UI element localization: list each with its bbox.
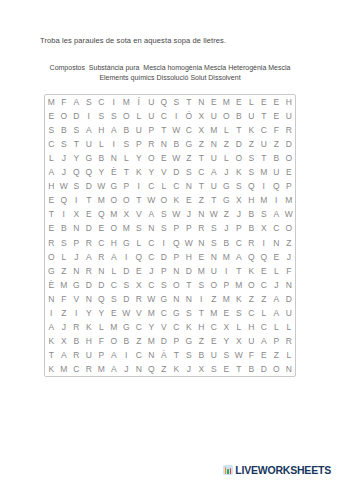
grid-cell[interactable]: B (195, 348, 208, 362)
grid-cell[interactable]: O (270, 362, 283, 376)
grid-cell[interactable]: H (45, 179, 58, 193)
grid-cell[interactable]: K (83, 320, 96, 334)
grid-cell[interactable]: J (183, 207, 196, 221)
grid-cell[interactable]: A (108, 362, 121, 376)
grid-cell[interactable]: S (170, 95, 183, 109)
grid-cell[interactable]: O (108, 334, 121, 348)
grid-cell[interactable]: X (58, 334, 71, 348)
grid-cell[interactable]: N (83, 292, 96, 306)
grid-cell[interactable]: G (220, 179, 233, 193)
grid-cell[interactable]: E (95, 221, 108, 235)
grid-cell[interactable]: Y (70, 151, 83, 165)
grid-cell[interactable]: Z (58, 264, 71, 278)
grid-cell[interactable]: M (95, 362, 108, 376)
grid-cell[interactable]: S (158, 207, 171, 221)
grid-cell[interactable]: M (258, 165, 271, 179)
grid-cell[interactable]: L (108, 264, 121, 278)
grid-cell[interactable]: U (133, 123, 146, 137)
grid-cell[interactable]: A (70, 95, 83, 109)
grid-cell[interactable]: S (70, 179, 83, 193)
grid-cell[interactable]: C (195, 165, 208, 179)
grid-cell[interactable]: E (183, 193, 196, 207)
grid-cell[interactable]: J (270, 278, 283, 292)
grid-cell[interactable]: K (170, 193, 183, 207)
grid-cell[interactable]: O (108, 193, 121, 207)
grid-cell[interactable]: D (233, 137, 246, 151)
grid-cell[interactable]: E (83, 207, 96, 221)
grid-cell[interactable]: F (270, 123, 283, 137)
grid-cell[interactable]: Z (133, 334, 146, 348)
grid-cell[interactable]: M (258, 193, 271, 207)
grid-cell[interactable]: A (233, 250, 246, 264)
grid-cell[interactable]: O (108, 221, 121, 235)
grid-cell[interactable]: N (195, 207, 208, 221)
grid-cell[interactable]: U (208, 179, 221, 193)
grid-cell[interactable]: I (120, 348, 133, 362)
grid-cell[interactable]: M (195, 264, 208, 278)
grid-cell[interactable]: C (258, 278, 271, 292)
grid-cell[interactable]: Z (195, 137, 208, 151)
grid-cell[interactable]: S (45, 123, 58, 137)
grid-cell[interactable]: T (208, 193, 221, 207)
grid-cell[interactable]: C (145, 250, 158, 264)
grid-cell[interactable]: N (158, 137, 171, 151)
grid-cell[interactable]: B (233, 109, 246, 123)
grid-cell[interactable]: S (83, 95, 96, 109)
grid-cell[interactable]: V (70, 292, 83, 306)
grid-cell[interactable]: W (170, 207, 183, 221)
grid-cell[interactable]: P (95, 348, 108, 362)
grid-cell[interactable]: Z (183, 151, 196, 165)
grid-cell[interactable]: N (283, 362, 296, 376)
grid-cell[interactable]: Q (133, 250, 146, 264)
grid-cell[interactable]: L (283, 320, 296, 334)
grid-cell[interactable]: C (158, 109, 171, 123)
grid-cell[interactable]: E (158, 151, 171, 165)
grid-cell[interactable]: P (158, 264, 171, 278)
grid-cell[interactable]: B (245, 207, 258, 221)
grid-cell[interactable]: J (120, 362, 133, 376)
grid-cell[interactable]: X (220, 320, 233, 334)
grid-cell[interactable]: L (158, 179, 171, 193)
grid-cell[interactable]: W (233, 348, 246, 362)
grid-cell[interactable]: U (145, 95, 158, 109)
grid-cell[interactable]: T (195, 306, 208, 320)
grid-cell[interactable]: X (133, 278, 146, 292)
grid-cell[interactable]: L (95, 320, 108, 334)
grid-cell[interactable]: T (258, 109, 271, 123)
grid-cell[interactable]: T (45, 348, 58, 362)
grid-cell[interactable]: N (183, 292, 196, 306)
grid-cell[interactable]: M (108, 207, 121, 221)
grid-cell[interactable]: I (108, 137, 121, 151)
grid-cell[interactable]: S (208, 221, 221, 235)
grid-cell[interactable]: A (258, 334, 271, 348)
grid-cell[interactable]: I (170, 109, 183, 123)
grid-cell[interactable]: M (108, 320, 121, 334)
grid-cell[interactable]: T (195, 179, 208, 193)
grid-cell[interactable]: Z (283, 236, 296, 250)
grid-cell[interactable]: W (283, 207, 296, 221)
grid-cell[interactable]: W (58, 179, 71, 193)
grid-cell[interactable]: B (95, 151, 108, 165)
grid-cell[interactable]: O (145, 151, 158, 165)
grid-cell[interactable]: X (195, 109, 208, 123)
grid-cell[interactable]: U (283, 306, 296, 320)
grid-cell[interactable]: U (208, 109, 221, 123)
grid-cell[interactable]: Y (95, 306, 108, 320)
grid-cell[interactable]: G (120, 236, 133, 250)
grid-cell[interactable]: S (233, 306, 246, 320)
grid-cell[interactable]: S (108, 292, 121, 306)
grid-cell[interactable]: L (120, 151, 133, 165)
grid-cell[interactable]: R (133, 292, 146, 306)
grid-cell[interactable]: R (45, 236, 58, 250)
grid-cell[interactable]: O (170, 278, 183, 292)
grid-cell[interactable]: A (108, 250, 121, 264)
grid-cell[interactable]: I (195, 292, 208, 306)
grid-cell[interactable]: S (183, 306, 196, 320)
grid-cell[interactable]: C (70, 362, 83, 376)
grid-cell[interactable]: Z (158, 362, 171, 376)
grid-cell[interactable]: K (45, 334, 58, 348)
grid-cell[interactable]: V (158, 320, 171, 334)
grid-cell[interactable]: I (258, 179, 271, 193)
grid-cell[interactable]: A (270, 292, 283, 306)
grid-cell[interactable]: G (120, 320, 133, 334)
grid-cell[interactable]: È (108, 165, 121, 179)
grid-cell[interactable]: C (258, 123, 271, 137)
grid-cell[interactable]: T (195, 151, 208, 165)
grid-cell[interactable]: A (270, 306, 283, 320)
grid-cell[interactable]: G (83, 151, 96, 165)
grid-cell[interactable]: B (58, 123, 71, 137)
grid-cell[interactable]: B (120, 334, 133, 348)
grid-cell[interactable]: T (158, 123, 171, 137)
grid-cell[interactable]: T (233, 264, 246, 278)
grid-cell[interactable]: O (220, 109, 233, 123)
grid-cell[interactable]: V (133, 306, 146, 320)
grid-cell[interactable]: E (195, 250, 208, 264)
grid-cell[interactable]: T (170, 348, 183, 362)
grid-cell[interactable]: O (45, 250, 58, 264)
grid-cell[interactable]: D (83, 278, 96, 292)
grid-cell[interactable]: L (270, 320, 283, 334)
grid-cell[interactable]: A (108, 123, 121, 137)
grid-cell[interactable]: R (145, 137, 158, 151)
grid-cell[interactable]: L (58, 250, 71, 264)
grid-cell[interactable]: J (70, 250, 83, 264)
grid-cell[interactable]: K (133, 165, 146, 179)
liveworksheets-logo[interactable]: LIVEWORKSHEETS (223, 464, 331, 476)
grid-cell[interactable]: R (70, 320, 83, 334)
grid-cell[interactable]: O (283, 221, 296, 235)
grid-cell[interactable]: S (195, 278, 208, 292)
grid-cell[interactable]: L (133, 236, 146, 250)
grid-cell[interactable]: O (208, 278, 221, 292)
grid-cell[interactable]: N (283, 278, 296, 292)
grid-cell[interactable]: U (208, 264, 221, 278)
grid-cell[interactable]: W (208, 207, 221, 221)
grid-cell[interactable]: B (245, 221, 258, 235)
grid-cell[interactable]: N (45, 292, 58, 306)
grid-cell[interactable]: B (120, 123, 133, 137)
grid-cell[interactable]: G (183, 137, 196, 151)
grid-cell[interactable]: C (245, 306, 258, 320)
grid-cell[interactable]: C (108, 278, 121, 292)
grid-cell[interactable]: M (220, 250, 233, 264)
grid-cell[interactable]: F (283, 264, 296, 278)
grid-cell[interactable]: S (208, 236, 221, 250)
grid-cell[interactable]: Q (245, 179, 258, 193)
grid-cell[interactable]: C (95, 236, 108, 250)
grid-cell[interactable]: D (120, 292, 133, 306)
grid-cell[interactable]: X (195, 123, 208, 137)
grid-cell[interactable]: È (45, 278, 58, 292)
grid-cell[interactable]: R (83, 362, 96, 376)
grid-cell[interactable]: X (195, 362, 208, 376)
grid-cell[interactable]: D (83, 221, 96, 235)
grid-cell[interactable]: H (183, 250, 196, 264)
grid-cell[interactable]: W (183, 236, 196, 250)
grid-cell[interactable]: K (245, 123, 258, 137)
grid-cell[interactable]: X (258, 221, 271, 235)
grid-cell[interactable]: I (70, 306, 83, 320)
grid-cell[interactable]: N (195, 236, 208, 250)
grid-cell[interactable]: I (83, 109, 96, 123)
grid-cell[interactable]: O (120, 109, 133, 123)
grid-cell[interactable]: B (220, 236, 233, 250)
grid-cell[interactable]: A (58, 348, 71, 362)
grid-cell[interactable]: T (70, 137, 83, 151)
grid-cell[interactable]: M (95, 193, 108, 207)
grid-cell[interactable]: A (83, 250, 96, 264)
grid-cell[interactable]: J (145, 264, 158, 278)
grid-cell[interactable]: E (220, 362, 233, 376)
grid-cell[interactable]: Z (245, 137, 258, 151)
grid-cell[interactable]: E (258, 95, 271, 109)
grid-cell[interactable]: A (270, 207, 283, 221)
grid-cell[interactable]: O (233, 151, 246, 165)
grid-cell[interactable]: K (233, 292, 246, 306)
grid-cell[interactable]: U (208, 348, 221, 362)
grid-cell[interactable]: Y (95, 165, 108, 179)
grid-cell[interactable]: C (133, 348, 146, 362)
grid-cell[interactable]: L (133, 109, 146, 123)
grid-cell[interactable]: S (58, 236, 71, 250)
grid-cell[interactable]: M (58, 278, 71, 292)
grid-cell[interactable]: E (220, 306, 233, 320)
grid-cell[interactable]: I (120, 250, 133, 264)
grid-cell[interactable]: A (83, 123, 96, 137)
grid-cell[interactable]: P (170, 334, 183, 348)
grid-cell[interactable]: S (245, 151, 258, 165)
grid-cell[interactable]: R (83, 236, 96, 250)
grid-cell[interactable]: I (45, 306, 58, 320)
grid-cell[interactable]: U (208, 151, 221, 165)
grid-cell[interactable]: K (45, 362, 58, 376)
grid-cell[interactable]: P (220, 278, 233, 292)
grid-cell[interactable]: L (245, 95, 258, 109)
grid-cell[interactable]: C (145, 236, 158, 250)
grid-cell[interactable]: R (195, 221, 208, 235)
grid-cell[interactable]: O (58, 109, 71, 123)
grid-cell[interactable]: D (158, 334, 171, 348)
grid-cell[interactable]: I (133, 179, 146, 193)
grid-cell[interactable]: O (245, 278, 258, 292)
grid-cell[interactable]: C (183, 123, 196, 137)
grid-cell[interactable]: R (95, 250, 108, 264)
grid-cell[interactable]: K (233, 165, 246, 179)
grid-cell[interactable]: J (58, 151, 71, 165)
grid-cell[interactable]: E (133, 264, 146, 278)
grid-cell[interactable]: M (58, 362, 71, 376)
grid-cell[interactable]: S (245, 165, 258, 179)
grid-cell[interactable]: D (283, 292, 296, 306)
grid-cell[interactable]: Q (70, 165, 83, 179)
grid-cell[interactable]: T (233, 123, 246, 137)
grid-cell[interactable]: Q (258, 250, 271, 264)
grid-cell[interactable]: B (70, 334, 83, 348)
grid-cell[interactable]: V (158, 165, 171, 179)
grid-cell[interactable]: D (170, 165, 183, 179)
grid-cell[interactable]: Y (145, 165, 158, 179)
grid-cell[interactable]: F (245, 348, 258, 362)
grid-cell[interactable]: S (158, 278, 171, 292)
grid-cell[interactable]: N (170, 264, 183, 278)
grid-cell[interactable]: C (170, 320, 183, 334)
grid-cell[interactable]: W (170, 123, 183, 137)
grid-cell[interactable]: D (283, 137, 296, 151)
grid-cell[interactable]: Z (245, 292, 258, 306)
grid-cell[interactable]: L (283, 348, 296, 362)
grid-cell[interactable]: P (133, 137, 146, 151)
grid-cell[interactable]: G (183, 334, 196, 348)
grid-cell[interactable]: D (95, 278, 108, 292)
grid-cell[interactable]: C (133, 320, 146, 334)
grid-cell[interactable]: P (233, 221, 246, 235)
grid-cell[interactable]: C (158, 306, 171, 320)
grid-cell[interactable]: C (170, 179, 183, 193)
grid-cell[interactable]: M (45, 95, 58, 109)
grid-cell[interactable]: R (70, 348, 83, 362)
grid-cell[interactable]: N (145, 348, 158, 362)
grid-cell[interactable]: T (183, 95, 196, 109)
grid-cell[interactable]: N (70, 221, 83, 235)
grid-cell[interactable]: L (220, 123, 233, 137)
grid-cell[interactable]: U (245, 334, 258, 348)
grid-cell[interactable]: L (45, 151, 58, 165)
grid-cell[interactable]: E (270, 95, 283, 109)
grid-cell[interactable]: X (120, 207, 133, 221)
grid-cell[interactable]: E (208, 334, 221, 348)
grid-cell[interactable]: S (120, 137, 133, 151)
grid-cell[interactable]: W (170, 151, 183, 165)
grid-cell[interactable]: O (158, 193, 171, 207)
grid-cell[interactable]: S (133, 221, 146, 235)
grid-cell[interactable]: L (258, 306, 271, 320)
grid-cell[interactable]: G (45, 264, 58, 278)
grid-cell[interactable]: Q (270, 179, 283, 193)
grid-cell[interactable]: M (120, 95, 133, 109)
grid-cell[interactable]: H (95, 123, 108, 137)
grid-cell[interactable]: E (108, 306, 121, 320)
grid-cell[interactable]: E (233, 95, 246, 109)
grid-cell[interactable]: C (258, 320, 271, 334)
grid-cell[interactable]: N (95, 264, 108, 278)
grid-cell[interactable]: I (270, 193, 283, 207)
grid-cell[interactable]: Q (58, 193, 71, 207)
grid-cell[interactable]: Y (83, 306, 96, 320)
grid-cell[interactable]: U (83, 137, 96, 151)
grid-cell[interactable]: C (270, 221, 283, 235)
grid-cell[interactable]: M (283, 193, 296, 207)
grid-cell[interactable]: M (208, 123, 221, 137)
grid-cell[interactable]: K (183, 320, 196, 334)
grid-cell[interactable]: S (183, 348, 196, 362)
grid-cell[interactable]: C (145, 179, 158, 193)
grid-cell[interactable]: Ó (183, 109, 196, 123)
grid-cell[interactable]: Q (170, 236, 183, 250)
grid-cell[interactable]: B (58, 221, 71, 235)
grid-cell[interactable]: U (83, 348, 96, 362)
grid-cell[interactable]: Z (195, 193, 208, 207)
grid-cell[interactable]: Í (133, 95, 146, 109)
grid-cell[interactable]: R (83, 264, 96, 278)
grid-cell[interactable]: D (120, 264, 133, 278)
grid-cell[interactable]: M (220, 292, 233, 306)
grid-cell[interactable]: L (220, 151, 233, 165)
grid-cell[interactable]: V (133, 207, 146, 221)
grid-cell[interactable]: K (170, 362, 183, 376)
grid-cell[interactable]: I (70, 193, 83, 207)
grid-cell[interactable]: L (270, 264, 283, 278)
grid-cell[interactable]: I (258, 236, 271, 250)
grid-cell[interactable]: A (45, 165, 58, 179)
grid-cell[interactable]: X (233, 334, 246, 348)
grid-cell[interactable]: T (258, 151, 271, 165)
grid-cell[interactable]: Y (133, 151, 146, 165)
grid-cell[interactable]: X (70, 207, 83, 221)
grid-cell[interactable]: P (283, 179, 296, 193)
grid-cell[interactable]: N (108, 151, 121, 165)
grid-cell[interactable]: M (220, 95, 233, 109)
grid-cell[interactable]: C (95, 95, 108, 109)
grid-cell[interactable]: J (220, 221, 233, 235)
grid-cell[interactable]: C (45, 137, 58, 151)
grid-cell[interactable]: U (245, 109, 258, 123)
grid-cell[interactable]: Y (145, 320, 158, 334)
grid-cell[interactable]: T (183, 278, 196, 292)
grid-cell[interactable]: G (220, 193, 233, 207)
grid-cell[interactable]: F (58, 292, 71, 306)
grid-cell[interactable]: B (170, 137, 183, 151)
grid-cell[interactable]: Q (158, 95, 171, 109)
grid-cell[interactable]: I (58, 207, 71, 221)
grid-cell[interactable]: H (283, 95, 296, 109)
grid-cell[interactable]: E (270, 109, 283, 123)
grid-cell[interactable]: Q (95, 292, 108, 306)
grid-cell[interactable]: L (233, 320, 246, 334)
grid-cell[interactable]: M (208, 306, 221, 320)
grid-cell[interactable]: E (45, 193, 58, 207)
grid-cell[interactable]: M (233, 278, 246, 292)
grid-cell[interactable]: E (258, 348, 271, 362)
grid-cell[interactable]: E (270, 250, 283, 264)
grid-cell[interactable]: U (145, 109, 158, 123)
grid-cell[interactable]: P (70, 236, 83, 250)
grid-cell[interactable]: R (283, 334, 296, 348)
